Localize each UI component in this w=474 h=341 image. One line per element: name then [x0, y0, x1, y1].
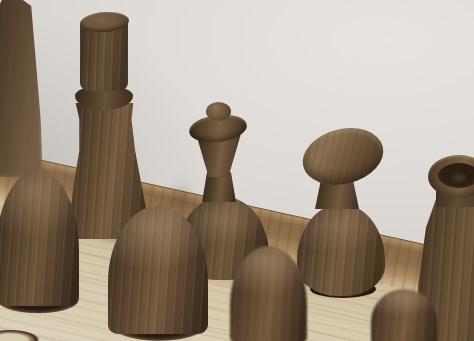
chess-set-photograph [0, 0, 474, 341]
rook-hollow-top [438, 163, 474, 188]
bishop-neck [315, 181, 359, 209]
queen-finial-bead [206, 102, 231, 121]
